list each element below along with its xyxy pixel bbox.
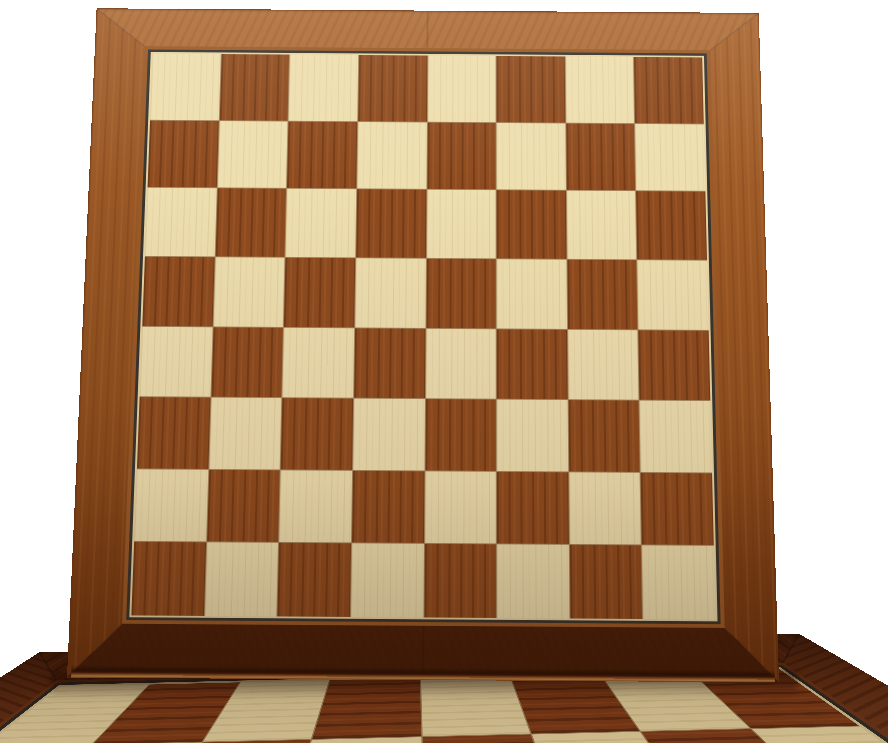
square-c5 [284, 258, 355, 327]
square-d7 [357, 122, 426, 189]
square-a5 [142, 257, 214, 326]
square-g5 [567, 260, 638, 329]
square-e4 [425, 328, 495, 398]
square-a2 [134, 469, 208, 542]
square-a8 [150, 54, 220, 120]
square-d4 [354, 328, 425, 398]
square-c7 [287, 121, 357, 188]
square-b8 [219, 54, 289, 120]
square-b7 [217, 121, 287, 188]
square-a1 [131, 542, 205, 616]
square-g4 [568, 329, 639, 399]
square-d3 [353, 399, 425, 471]
square-c8 [289, 55, 358, 121]
square-b1 [205, 543, 279, 617]
square-h8 [634, 57, 703, 123]
square-f2 [497, 472, 569, 545]
square-g2 [569, 472, 641, 545]
square-f8 [497, 56, 565, 122]
square-e1 [424, 544, 496, 618]
square-f6 [497, 190, 566, 258]
square-h4 [639, 330, 711, 400]
square-e2 [424, 471, 496, 544]
square-d8 [358, 55, 427, 121]
square-b6 [215, 188, 286, 256]
square-c2 [279, 470, 352, 543]
square-e3 [425, 399, 496, 471]
square-f5 [497, 259, 567, 328]
square-g3 [568, 400, 640, 472]
square-g6 [567, 191, 637, 259]
square-c4 [283, 327, 355, 397]
square-b2 [207, 470, 280, 543]
square-c3 [281, 398, 353, 470]
square-e5 [426, 259, 496, 328]
square-a7 [148, 120, 219, 187]
square-g1 [570, 545, 643, 619]
square-f7 [497, 123, 566, 190]
square-a6 [145, 188, 216, 256]
square-f3 [497, 400, 568, 472]
square-b3 [209, 398, 282, 470]
flat-square-h7 [752, 727, 888, 743]
square-b5 [213, 257, 284, 326]
square-d2 [352, 471, 424, 544]
square-c1 [278, 543, 351, 617]
square-h6 [636, 191, 707, 259]
upright-chessboard [67, 8, 779, 682]
square-a3 [137, 397, 210, 469]
square-h5 [638, 260, 709, 329]
square-e7 [427, 122, 496, 189]
square-f1 [497, 545, 569, 619]
square-g7 [566, 123, 635, 190]
square-a4 [140, 326, 213, 396]
square-e8 [427, 56, 495, 122]
square-d1 [351, 544, 424, 618]
square-h7 [635, 124, 705, 191]
square-h3 [640, 401, 712, 473]
chessboard-grid [131, 54, 715, 620]
square-f4 [497, 329, 568, 399]
square-e6 [426, 190, 495, 258]
square-d6 [356, 189, 426, 257]
square-d5 [355, 258, 425, 327]
playing-field [122, 46, 725, 628]
square-h1 [642, 546, 715, 620]
product-photo-scene [0, 0, 888, 743]
inlay-border [126, 49, 720, 624]
square-c6 [286, 189, 356, 257]
square-h2 [641, 473, 714, 546]
square-g8 [565, 56, 634, 122]
square-b4 [211, 327, 283, 397]
